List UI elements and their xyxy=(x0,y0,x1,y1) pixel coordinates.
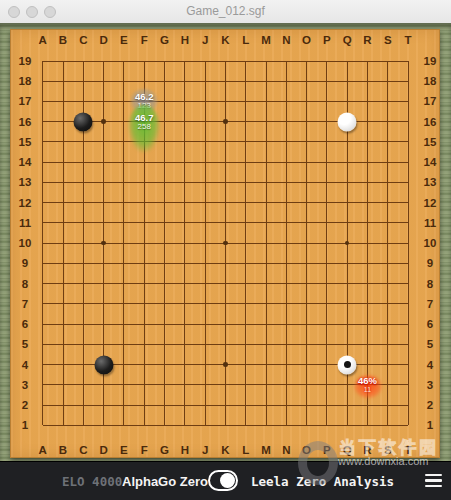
star-point xyxy=(223,119,228,124)
coord-label-top: F xyxy=(141,34,148,46)
coord-label-bottom: E xyxy=(120,444,128,456)
coord-label-top: O xyxy=(302,34,311,46)
suggestion-winrate: 46% xyxy=(358,376,377,386)
coord-label-right: 1 xyxy=(427,419,433,431)
coord-label-bottom: L xyxy=(242,444,249,456)
coord-label-bottom: Q xyxy=(343,444,352,456)
coord-label-right: 12 xyxy=(424,197,437,209)
coord-label-bottom: H xyxy=(181,444,189,456)
coord-label-left: 17 xyxy=(19,95,32,107)
coord-label-right: 15 xyxy=(424,136,437,148)
coord-label-top: E xyxy=(120,34,128,46)
coord-label-top: S xyxy=(384,34,392,46)
engine-toggle-switch[interactable] xyxy=(208,470,238,491)
coord-label-bottom: F xyxy=(141,444,148,456)
coord-label-left: 9 xyxy=(22,257,28,269)
star-point xyxy=(223,241,228,246)
grid-line xyxy=(326,61,327,425)
coord-label-top: L xyxy=(242,34,249,46)
last-move-marker xyxy=(344,361,351,368)
coord-label-left: 8 xyxy=(22,278,28,290)
coord-label-bottom: O xyxy=(302,444,311,456)
coord-label-right: 2 xyxy=(427,399,433,411)
coord-label-right: 9 xyxy=(427,257,433,269)
stone-black-C16[interactable] xyxy=(74,112,93,131)
coord-label-bottom: K xyxy=(221,444,229,456)
coord-label-left: 15 xyxy=(19,136,32,148)
coord-label-top: G xyxy=(160,34,169,46)
grid-line xyxy=(43,263,408,264)
toggle-knob xyxy=(220,473,235,488)
suggestion-visits: 11 xyxy=(358,386,377,393)
coord-label-left: 3 xyxy=(22,379,28,391)
coord-label-left: 5 xyxy=(22,338,28,350)
coord-label-right: 13 xyxy=(424,176,437,188)
coord-label-right: 16 xyxy=(424,116,437,128)
coord-label-bottom: J xyxy=(202,444,208,456)
title-bar: Game_012.sgf xyxy=(0,0,451,24)
grid-line xyxy=(245,61,246,425)
star-point xyxy=(345,241,350,246)
coord-label-left: 7 xyxy=(22,298,28,310)
coord-label-left: 4 xyxy=(22,359,28,371)
coord-label-left: 6 xyxy=(22,318,28,330)
coord-label-top: Q xyxy=(343,34,352,46)
coord-label-bottom: C xyxy=(79,444,87,456)
coord-label-top: K xyxy=(221,34,229,46)
menu-icon[interactable] xyxy=(425,474,442,487)
window-title: Game_012.sgf xyxy=(0,4,451,18)
coord-label-right: 10 xyxy=(424,237,437,249)
coord-label-bottom: N xyxy=(282,444,290,456)
go-board[interactable]: AABBCCDDEEFFGGHHJJKKLLMMNNOOPPQQRRSSTT19… xyxy=(10,29,440,458)
coord-label-right: 18 xyxy=(424,75,437,87)
star-point xyxy=(101,241,106,246)
grid-line xyxy=(306,61,307,425)
grid-line xyxy=(43,405,408,406)
analysis-suggestion-R3[interactable]: 46%11 xyxy=(358,376,377,393)
coord-label-right: 11 xyxy=(424,217,436,229)
coord-label-bottom: G xyxy=(160,444,169,456)
engine-label-alphago: AlphaGo Zero xyxy=(122,462,208,500)
coord-label-bottom: M xyxy=(261,444,271,456)
grid-line xyxy=(43,303,408,304)
stone-white-Q4[interactable] xyxy=(338,355,357,374)
coord-label-top: A xyxy=(39,34,47,46)
coord-label-bottom: B xyxy=(59,444,67,456)
stone-black-D4[interactable] xyxy=(94,355,113,374)
coord-label-right: 3 xyxy=(427,379,433,391)
coord-label-top: T xyxy=(405,34,412,46)
coord-label-right: 5 xyxy=(427,338,433,350)
coord-label-right: 19 xyxy=(424,55,437,67)
coord-label-right: 8 xyxy=(427,278,433,290)
coord-label-bottom: T xyxy=(405,444,412,456)
grid-line xyxy=(43,344,408,345)
grid-line xyxy=(387,61,388,425)
coord-label-left: 19 xyxy=(19,55,32,67)
coord-label-bottom: R xyxy=(363,444,371,456)
analysis-suggestion-F16[interactable]: 46.7258 xyxy=(135,113,154,131)
coord-label-top: C xyxy=(79,34,87,46)
coord-label-top: N xyxy=(282,34,290,46)
grid-line xyxy=(43,283,408,284)
coord-label-bottom: P xyxy=(323,444,331,456)
coord-label-right: 4 xyxy=(427,359,433,371)
stone-white-Q16[interactable] xyxy=(338,112,357,131)
coord-label-top: P xyxy=(323,34,331,46)
coord-label-right: 6 xyxy=(427,318,433,330)
coord-label-bottom: A xyxy=(39,444,47,456)
star-point xyxy=(101,119,106,124)
star-point xyxy=(223,362,228,367)
coord-label-right: 17 xyxy=(424,95,437,107)
coord-label-top: R xyxy=(363,34,371,46)
grid-line xyxy=(286,61,287,425)
engine-label-leela: Leela Zero Analysis xyxy=(251,462,394,500)
coord-label-top: H xyxy=(181,34,189,46)
grid-line xyxy=(367,61,368,425)
coord-label-left: 13 xyxy=(19,176,32,188)
grid-line xyxy=(43,425,408,426)
coord-label-top: M xyxy=(261,34,271,46)
coord-label-left: 2 xyxy=(22,399,28,411)
coord-label-left: 12 xyxy=(19,197,32,209)
grid-line xyxy=(266,61,267,425)
coord-label-right: 14 xyxy=(424,156,437,168)
coord-label-left: 14 xyxy=(19,156,32,168)
coord-label-bottom: S xyxy=(384,444,392,456)
suggestion-visits: 258 xyxy=(135,123,154,131)
coord-label-top: D xyxy=(99,34,107,46)
coord-label-left: 11 xyxy=(19,217,31,229)
grid-line xyxy=(408,61,409,425)
coord-label-left: 16 xyxy=(19,116,32,128)
coord-label-left: 1 xyxy=(22,419,28,431)
coord-label-bottom: D xyxy=(99,444,107,456)
coord-label-left: 18 xyxy=(19,75,32,87)
coord-label-right: 7 xyxy=(427,298,433,310)
app-window: Game_012.sgf AABBCCDDEEFFGGHHJJKKLLMMNNO… xyxy=(0,0,451,500)
grid-line xyxy=(43,324,408,325)
coord-label-top: B xyxy=(59,34,67,46)
coord-label-top: J xyxy=(202,34,208,46)
coord-label-left: 10 xyxy=(19,237,32,249)
elo-label: ELO 4000 xyxy=(62,462,122,500)
